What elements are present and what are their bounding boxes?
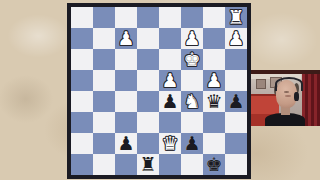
square-h5 xyxy=(225,70,247,91)
square-e5: ♟ xyxy=(159,70,181,91)
square-d1: ♜ xyxy=(137,154,159,175)
square-c2: ♟ xyxy=(115,133,137,154)
square-f8 xyxy=(181,7,203,28)
piece-black-pawn-h4: ♟ xyxy=(225,91,247,112)
square-a5 xyxy=(71,70,93,91)
square-a3 xyxy=(71,112,93,133)
chess-board: ♜♟♟♟♚♟♟♟♞♛♟♟♛♟♜♚ xyxy=(67,3,251,179)
square-a6 xyxy=(71,49,93,70)
square-f2: ♟ xyxy=(181,133,203,154)
piece-white-pawn-c7: ♟ xyxy=(115,28,137,49)
video-frame: ♜♟♟♟♚♟♟♟♞♛♟♟♛♟♜♚ xyxy=(0,0,320,180)
square-c1 xyxy=(115,154,137,175)
square-b6 xyxy=(93,49,115,70)
piece-white-king-f6: ♚ xyxy=(181,49,203,70)
person-eye xyxy=(286,91,289,93)
square-d8 xyxy=(137,7,159,28)
square-c7: ♟ xyxy=(115,28,137,49)
square-g4: ♛ xyxy=(203,91,225,112)
square-e3 xyxy=(159,112,181,133)
square-d4 xyxy=(137,91,159,112)
square-h4: ♟ xyxy=(225,91,247,112)
square-g7 xyxy=(203,28,225,49)
square-h7: ♟ xyxy=(225,28,247,49)
square-d3 xyxy=(137,112,159,133)
square-h3 xyxy=(225,112,247,133)
piece-black-pawn-c2: ♟ xyxy=(115,133,137,154)
square-g3 xyxy=(203,112,225,133)
headphone-earcup xyxy=(294,92,299,101)
piece-white-rook-h8: ♜ xyxy=(225,7,247,28)
square-a4 xyxy=(71,91,93,112)
square-c4 xyxy=(115,91,137,112)
piece-black-queen-g4: ♛ xyxy=(203,91,225,112)
square-b7 xyxy=(93,28,115,49)
square-c8 xyxy=(115,7,137,28)
square-d6 xyxy=(137,49,159,70)
square-b5 xyxy=(93,70,115,91)
webcam-top-band xyxy=(251,70,320,74)
square-b8 xyxy=(93,7,115,28)
square-a7 xyxy=(71,28,93,49)
square-h2 xyxy=(225,133,247,154)
square-c3 xyxy=(115,112,137,133)
square-f7: ♟ xyxy=(181,28,203,49)
webcam-scene xyxy=(251,70,320,126)
piece-black-rook-d1: ♜ xyxy=(137,154,159,175)
piece-black-pawn-f2: ♟ xyxy=(181,133,203,154)
square-f3 xyxy=(181,112,203,133)
square-e4: ♟ xyxy=(159,91,181,112)
square-f1 xyxy=(181,154,203,175)
square-b1 xyxy=(93,154,115,175)
square-g8 xyxy=(203,7,225,28)
square-g5: ♟ xyxy=(203,70,225,91)
square-a1 xyxy=(71,154,93,175)
square-f5 xyxy=(181,70,203,91)
square-e6 xyxy=(159,49,181,70)
square-d2 xyxy=(137,133,159,154)
person-neck xyxy=(281,107,290,115)
piece-white-pawn-h7: ♟ xyxy=(225,28,247,49)
webcam-overlay xyxy=(251,70,320,126)
piece-white-pawn-f7: ♟ xyxy=(181,28,203,49)
square-g6 xyxy=(203,49,225,70)
square-c6 xyxy=(115,49,137,70)
person-mouth xyxy=(285,95,291,97)
square-f4: ♞ xyxy=(181,91,203,112)
square-a2 xyxy=(71,133,93,154)
square-e1 xyxy=(159,154,181,175)
square-e2: ♛ xyxy=(159,133,181,154)
square-a8 xyxy=(71,7,93,28)
square-h6 xyxy=(225,49,247,70)
square-h1 xyxy=(225,154,247,175)
square-e8 xyxy=(159,7,181,28)
piece-white-knight-f4: ♞ xyxy=(181,91,203,112)
square-d5 xyxy=(137,70,159,91)
square-b4 xyxy=(93,91,115,112)
square-g1: ♚ xyxy=(203,154,225,175)
square-h8: ♜ xyxy=(225,7,247,28)
headphones-icon xyxy=(275,77,303,91)
piece-black-pawn-e4: ♟ xyxy=(159,91,181,112)
piece-white-pawn-g5: ♟ xyxy=(203,70,225,91)
square-f6: ♚ xyxy=(181,49,203,70)
square-b3 xyxy=(93,112,115,133)
piece-black-king-g1: ♚ xyxy=(203,154,225,175)
square-c5 xyxy=(115,70,137,91)
piece-white-pawn-e5: ♟ xyxy=(159,70,181,91)
piece-white-queen-e2: ♛ xyxy=(159,133,181,154)
webcam-wall-picture xyxy=(256,79,266,89)
square-d7 xyxy=(137,28,159,49)
square-b2 xyxy=(93,133,115,154)
square-e7 xyxy=(159,28,181,49)
square-g2 xyxy=(203,133,225,154)
